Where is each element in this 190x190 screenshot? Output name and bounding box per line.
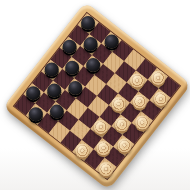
natural-checker-piece-e7[interactable] — [115, 118, 129, 132]
natural-checker-piece-g7[interactable] — [96, 141, 110, 155]
natural-checker-piece-h6[interactable] — [76, 143, 90, 157]
natural-checker-piece-c7[interactable] — [133, 94, 147, 108]
board-shadow-wrapper — [0, 0, 190, 190]
black-checker-piece-g3[interactable] — [50, 104, 64, 118]
checkers-board — [3, 2, 190, 190]
natural-checker-piece-d8[interactable] — [135, 115, 149, 129]
board-frame — [13, 12, 181, 180]
photo-background — [0, 0, 190, 190]
black-checker-piece-a3[interactable] — [104, 35, 118, 49]
natural-checker-piece-f8[interactable] — [117, 138, 131, 152]
natural-checker-piece-b8[interactable] — [153, 92, 167, 106]
black-checker-piece-e3[interactable] — [68, 81, 82, 95]
black-checker-piece-c3[interactable] — [86, 58, 100, 72]
black-checker-piece-d2[interactable] — [65, 60, 79, 74]
black-checker-piece-h2[interactable] — [29, 107, 43, 121]
board-grid — [14, 13, 180, 179]
natural-checker-piece-a7[interactable] — [151, 71, 165, 85]
natural-checker-piece-h8[interactable] — [99, 161, 113, 175]
